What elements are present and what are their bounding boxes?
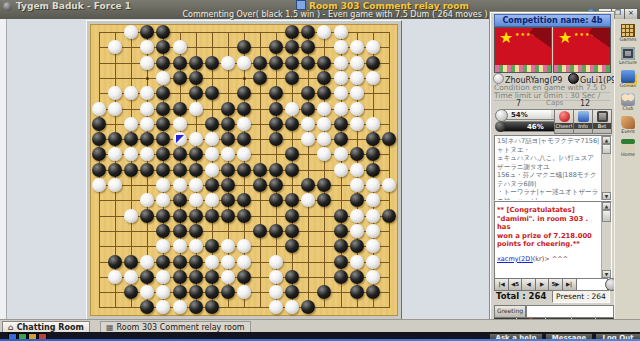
black-stone bbox=[317, 56, 331, 70]
white-stone bbox=[334, 56, 348, 70]
white-stone bbox=[108, 270, 122, 284]
white-stone bbox=[366, 270, 380, 284]
black-stone bbox=[334, 117, 348, 131]
white-stone bbox=[140, 56, 154, 70]
black-stone bbox=[301, 25, 315, 39]
side-lecture-button[interactable]: Lecture bbox=[618, 47, 638, 68]
move-navigation: |◀◀5◀▶5▶▶| bbox=[494, 278, 610, 290]
commentary-chat-box[interactable]: 15[ネハ7話ヨ|ャモヲクデマ7156|ャトヌエ・ェキュハヌハ,八こ。|ハ打ュス… bbox=[494, 135, 612, 201]
black-stone bbox=[334, 270, 348, 284]
black-stone bbox=[317, 178, 331, 192]
white-stone bbox=[269, 285, 283, 299]
white-stone bbox=[366, 178, 380, 192]
flag-flowers bbox=[495, 65, 551, 72]
black-stone bbox=[253, 163, 267, 177]
black-stone bbox=[253, 178, 267, 192]
black-stone bbox=[382, 132, 396, 146]
flag-flowers bbox=[554, 65, 610, 72]
congrats-line: "damimi". in room 303 . has bbox=[497, 215, 600, 232]
white-stone bbox=[334, 86, 348, 100]
black-stone bbox=[221, 132, 235, 146]
white-stone bbox=[189, 102, 203, 116]
white-stone bbox=[334, 147, 348, 161]
black-stone bbox=[317, 193, 331, 207]
white-stone bbox=[366, 117, 380, 131]
black-stone bbox=[269, 86, 283, 100]
white-stone bbox=[334, 163, 348, 177]
congrats-line: ** [Congratulatates] bbox=[497, 206, 600, 215]
flag-fold bbox=[589, 27, 611, 48]
white-stone bbox=[108, 178, 122, 192]
bet-button[interactable]: Bet bbox=[592, 109, 612, 134]
window-left-edge bbox=[0, 19, 7, 319]
white-stone bbox=[140, 40, 154, 54]
white-stone bbox=[317, 117, 331, 131]
white-stone bbox=[140, 285, 154, 299]
white-stone bbox=[173, 300, 187, 314]
white-stone bbox=[350, 209, 364, 223]
black-stone bbox=[173, 224, 187, 238]
black-stone bbox=[285, 117, 299, 131]
total-value: 264 bbox=[529, 291, 547, 301]
white-stone bbox=[237, 239, 251, 253]
white-stone bbox=[221, 56, 235, 70]
camera-icon bbox=[597, 111, 608, 122]
scroll-up-arrow[interactable]: ▲ bbox=[602, 136, 611, 144]
black-stone bbox=[156, 255, 170, 269]
white-stone bbox=[205, 163, 219, 177]
black-stone bbox=[140, 132, 154, 146]
black-stone bbox=[140, 163, 154, 177]
black-stone bbox=[156, 163, 170, 177]
black-stone bbox=[189, 255, 203, 269]
white-stone bbox=[285, 300, 299, 314]
black-stone bbox=[205, 285, 219, 299]
white-stone bbox=[366, 255, 380, 269]
white-stone bbox=[205, 255, 219, 269]
black-stone bbox=[189, 224, 203, 238]
black-stone bbox=[140, 270, 154, 284]
white-vote-label: 54% bbox=[511, 111, 528, 119]
white-stone bbox=[350, 71, 364, 85]
club-icon bbox=[621, 93, 635, 106]
games-icon bbox=[621, 24, 635, 37]
white-stone bbox=[350, 56, 364, 70]
black-stone bbox=[285, 239, 299, 253]
tab-label: Chatting Room bbox=[17, 323, 84, 332]
chat-user-suffix: (kr)> ^^^ bbox=[533, 255, 568, 263]
chat2-scrollbar[interactable]: ▲ ▼ bbox=[601, 202, 611, 278]
black-stone bbox=[221, 285, 235, 299]
black-stone bbox=[124, 285, 138, 299]
black-stone bbox=[173, 270, 187, 284]
chat-user-link[interactable]: xacmy(2D) bbox=[497, 255, 533, 263]
white-stone bbox=[237, 147, 251, 161]
white-stone bbox=[124, 117, 138, 131]
white-stone bbox=[366, 209, 380, 223]
black-stone bbox=[253, 71, 267, 85]
black-stone bbox=[382, 209, 396, 223]
black-stone bbox=[221, 117, 235, 131]
black-stone bbox=[334, 224, 348, 238]
info-icon bbox=[578, 111, 589, 122]
black-stone bbox=[189, 163, 203, 177]
black-stone bbox=[173, 147, 187, 161]
black-captures: 12 bbox=[580, 99, 590, 108]
white-stone bbox=[366, 193, 380, 207]
black-stone bbox=[108, 132, 122, 146]
black-stone bbox=[269, 56, 283, 70]
white-stone bbox=[334, 25, 348, 39]
white-stone bbox=[350, 40, 364, 54]
white-stone bbox=[317, 102, 331, 116]
white-stone bbox=[189, 239, 203, 253]
grid-line bbox=[99, 185, 390, 186]
white-stone bbox=[350, 163, 364, 177]
white-stone bbox=[140, 102, 154, 116]
last-move-marker bbox=[176, 135, 184, 143]
board-panel bbox=[86, 20, 402, 320]
white-stone bbox=[140, 147, 154, 161]
black-stone bbox=[92, 147, 106, 161]
black-stone bbox=[189, 147, 203, 161]
white-stone bbox=[350, 102, 364, 116]
black-stone bbox=[124, 163, 138, 177]
chat-line: 156ュ・芬ノマクニ蟻|188モチクテハヌラ6師| bbox=[497, 171, 600, 188]
black-stone bbox=[301, 178, 315, 192]
side-club-button[interactable]: Club bbox=[618, 93, 638, 114]
black-stone bbox=[237, 40, 251, 54]
black-stone bbox=[285, 40, 299, 54]
chat-line: ・トーワラナ|ャー逑ユオトザーラニ袖。ハ。+| bbox=[497, 188, 600, 201]
black-stone bbox=[350, 193, 364, 207]
black-stone bbox=[173, 193, 187, 207]
black-stone bbox=[269, 224, 283, 238]
white-stone bbox=[350, 255, 364, 269]
captures-row: 7 Caps 12 bbox=[494, 99, 610, 108]
white-stone bbox=[124, 209, 138, 223]
black-stone bbox=[92, 163, 106, 177]
black-stone bbox=[301, 102, 315, 116]
goban[interactable] bbox=[90, 24, 398, 316]
black-stone bbox=[237, 270, 251, 284]
black-vote-label: 46% bbox=[527, 123, 544, 131]
black-stone bbox=[269, 40, 283, 54]
side-home-button[interactable]: Home bbox=[618, 139, 638, 160]
white-stone bbox=[269, 300, 283, 314]
black-stone bbox=[189, 270, 203, 284]
room-icon bbox=[296, 0, 306, 10]
black-stone bbox=[237, 132, 251, 146]
side-games-button[interactable]: Games bbox=[618, 24, 638, 45]
black-stone bbox=[269, 178, 283, 192]
congrats-message: ** [Congratulatates]"damimi". in room 30… bbox=[497, 206, 600, 249]
present-move-box: Present : 264 bbox=[552, 290, 610, 303]
black-stone bbox=[253, 224, 267, 238]
side-icon-label: Club bbox=[618, 106, 638, 111]
white-stone bbox=[334, 71, 348, 85]
black-stone bbox=[156, 117, 170, 131]
black-stone bbox=[189, 285, 203, 299]
white-stone bbox=[221, 147, 235, 161]
black-stone bbox=[108, 255, 122, 269]
black-stone bbox=[366, 285, 380, 299]
flag-star: ★ bbox=[558, 28, 572, 47]
white-stone bbox=[173, 40, 187, 54]
black-stone bbox=[366, 147, 380, 161]
black-stone bbox=[173, 285, 187, 299]
black-stone bbox=[173, 102, 187, 116]
white-stone bbox=[301, 117, 315, 131]
white-stone bbox=[301, 132, 315, 146]
white-stone bbox=[108, 86, 122, 100]
black-stone bbox=[205, 86, 219, 100]
info-button[interactable]: Info bbox=[573, 109, 593, 134]
white-stone bbox=[237, 255, 251, 269]
event-icon bbox=[621, 116, 635, 129]
black-stone bbox=[156, 209, 170, 223]
greeting-input[interactable] bbox=[526, 305, 614, 318]
white-stone bbox=[124, 86, 138, 100]
black-stone bbox=[366, 163, 380, 177]
black-stone bbox=[173, 209, 187, 223]
white-stone bbox=[108, 147, 122, 161]
white-stone bbox=[124, 25, 138, 39]
black-stone bbox=[189, 71, 203, 85]
black-stone bbox=[285, 193, 299, 207]
white-captures: 7 bbox=[516, 99, 521, 108]
black-stone bbox=[317, 86, 331, 100]
black-stone bbox=[301, 56, 315, 70]
room-chat-text: ** [Congratulatates]"damimi". in room 30… bbox=[497, 206, 600, 263]
black-stone bbox=[124, 132, 138, 146]
black-stone bbox=[269, 102, 283, 116]
competition-header: Competition name: 4b bbox=[494, 14, 611, 27]
black-player-flag: ★ ★★★★ bbox=[553, 27, 611, 73]
white-stone bbox=[366, 239, 380, 253]
side-icon-label: Event bbox=[618, 129, 638, 134]
black-stone bbox=[221, 163, 235, 177]
white-stone bbox=[366, 40, 380, 54]
white-player-flag: ★ ★★★★ bbox=[494, 27, 552, 73]
bet-label: Bet bbox=[593, 123, 611, 129]
black-stone bbox=[237, 102, 251, 116]
white-stone bbox=[350, 86, 364, 100]
chat1-scrollbar[interactable]: ▲ ▼ bbox=[601, 136, 611, 200]
black-stone bbox=[140, 300, 154, 314]
white-stone bbox=[173, 178, 187, 192]
scroll-thumb[interactable] bbox=[602, 210, 611, 222]
black-stone bbox=[334, 255, 348, 269]
flag-fold bbox=[530, 27, 552, 48]
side-event-button[interactable]: Event bbox=[618, 116, 638, 137]
black-stone bbox=[156, 86, 170, 100]
room-chat-box[interactable]: ** [Congratulatates]"damimi". in room 30… bbox=[494, 201, 612, 279]
black-stone bbox=[253, 56, 267, 70]
black-stone bbox=[156, 56, 170, 70]
black-stone bbox=[156, 25, 170, 39]
black-stone bbox=[237, 209, 251, 223]
black-stone bbox=[156, 40, 170, 54]
black-stone bbox=[92, 132, 106, 146]
white-stone bbox=[205, 147, 219, 161]
black-stone bbox=[334, 132, 348, 146]
white-stone bbox=[237, 117, 251, 131]
black-stone bbox=[205, 117, 219, 131]
tab-label: Room 303 Comment relay room bbox=[117, 323, 245, 332]
black-stone bbox=[285, 71, 299, 85]
white-stone bbox=[173, 117, 187, 131]
black-stone bbox=[140, 25, 154, 39]
black-stone bbox=[237, 193, 251, 207]
white-stone bbox=[140, 193, 154, 207]
white-stone bbox=[350, 117, 364, 131]
white-stone bbox=[108, 40, 122, 54]
side-icon-label: Home bbox=[618, 152, 638, 157]
black-stone bbox=[124, 255, 138, 269]
chat-line: ェキュハヌハ,八こ。|ハ打ュスアザーラニ謝タオユ bbox=[497, 154, 600, 171]
scroll-thumb[interactable] bbox=[602, 144, 611, 154]
black-stone bbox=[205, 56, 219, 70]
black-stone bbox=[285, 56, 299, 70]
white-stone bbox=[205, 132, 219, 146]
black-stone bbox=[269, 163, 283, 177]
white-stone bbox=[156, 285, 170, 299]
white-stone bbox=[156, 71, 170, 85]
black-stone bbox=[221, 209, 235, 223]
greeting-button[interactable]: Greeting bbox=[494, 305, 526, 318]
black-stone bbox=[108, 163, 122, 177]
black-stone bbox=[156, 102, 170, 116]
black-stone bbox=[221, 193, 235, 207]
home-icon bbox=[621, 139, 635, 152]
black-stone bbox=[317, 285, 331, 299]
app-icon bbox=[3, 2, 12, 11]
white-stone bbox=[124, 270, 138, 284]
black-stone bbox=[301, 86, 315, 100]
black-stone bbox=[350, 270, 364, 284]
black-stone bbox=[156, 132, 170, 146]
black-stone bbox=[189, 300, 203, 314]
cheer-label: Cheer! bbox=[555, 123, 573, 129]
info-label: Info bbox=[574, 123, 592, 129]
black-stone bbox=[205, 270, 219, 284]
congrats-line: won a prize of 7.218.000 bbox=[497, 232, 600, 241]
black-stone bbox=[173, 163, 187, 177]
white-stone bbox=[140, 117, 154, 131]
black-stone bbox=[301, 40, 315, 54]
black-stone bbox=[205, 300, 219, 314]
star-point bbox=[243, 77, 246, 80]
commentary-text: 15[ネハ7話ヨ|ャモヲクデマ7156|ャトヌエ・ェキュハヌハ,八こ。|ハ打ュス… bbox=[497, 137, 600, 201]
white-stone bbox=[317, 147, 331, 161]
white-stone bbox=[366, 224, 380, 238]
black-stone bbox=[237, 86, 251, 100]
white-stone bbox=[269, 255, 283, 269]
side-icon-strip: GamesLectureGoMallClubEventHome bbox=[614, 19, 640, 319]
black-stone bbox=[269, 193, 283, 207]
game-info-panel: Competition name: 4b ★ ★★★★ ★ ★★★★ ZhouR… bbox=[489, 11, 615, 331]
black-stone bbox=[350, 285, 364, 299]
game-status-line: Commenting Over( black 1.5 win ) - Even … bbox=[140, 10, 530, 19]
bottom-tab-bar: ⌂Chatting Room▦Room 303 Comment relay ro… bbox=[0, 319, 640, 333]
black-stone bbox=[189, 86, 203, 100]
flag-star: ★ bbox=[499, 28, 513, 47]
black-stone bbox=[301, 300, 315, 314]
side-icon-label: GoMall bbox=[618, 83, 638, 88]
white-stone bbox=[92, 102, 106, 116]
side-gomall-button[interactable]: GoMall bbox=[618, 70, 638, 91]
congrats-line: points for cheering.** bbox=[497, 240, 600, 249]
grid-line bbox=[389, 32, 390, 308]
white-stone bbox=[140, 255, 154, 269]
white-stone bbox=[221, 239, 235, 253]
white-stone bbox=[350, 178, 364, 192]
black-stone bbox=[189, 56, 203, 70]
black-stone bbox=[269, 132, 283, 146]
black-stone bbox=[140, 209, 154, 223]
black-stone bbox=[205, 178, 219, 192]
greeting-row: Greeting bbox=[494, 305, 610, 317]
white-stone bbox=[189, 178, 203, 192]
black-stone bbox=[205, 239, 219, 253]
black-stone bbox=[156, 147, 170, 161]
black-stone bbox=[317, 71, 331, 85]
cheer-ball-icon bbox=[559, 111, 570, 122]
cheer-button[interactable]: Cheer! bbox=[554, 109, 574, 134]
scroll-down-arrow[interactable]: ▼ bbox=[602, 270, 611, 278]
scroll-up-arrow[interactable]: ▲ bbox=[602, 202, 611, 210]
black-stone bbox=[350, 147, 364, 161]
gomall-icon bbox=[621, 70, 635, 83]
black-stone bbox=[173, 255, 187, 269]
present-value: 264 bbox=[592, 292, 606, 301]
white-stone bbox=[156, 239, 170, 253]
white-stone bbox=[156, 300, 170, 314]
white-stone bbox=[221, 255, 235, 269]
side-icon-label: Lecture bbox=[618, 60, 638, 65]
white-stone bbox=[237, 56, 251, 70]
black-stone bbox=[334, 239, 348, 253]
caps-label: Caps bbox=[546, 99, 563, 107]
black-stone bbox=[173, 71, 187, 85]
white-stone bbox=[108, 102, 122, 116]
black-stone bbox=[285, 163, 299, 177]
black-stone bbox=[285, 25, 299, 39]
black-stone bbox=[285, 147, 299, 161]
black-stone bbox=[221, 178, 235, 192]
scroll-down-arrow[interactable]: ▼ bbox=[602, 192, 611, 200]
black-stone bbox=[350, 239, 364, 253]
black-stone bbox=[285, 270, 299, 284]
white-stone bbox=[285, 102, 299, 116]
white-stone bbox=[92, 178, 106, 192]
total-label: Total : bbox=[496, 291, 526, 301]
white-stone bbox=[124, 147, 138, 161]
move-totals-row: Total : 264 Present : 264 bbox=[496, 291, 610, 301]
black-stone bbox=[334, 209, 348, 223]
black-stone bbox=[92, 117, 106, 131]
window-title: Tygem Baduk - Force 1 bbox=[16, 1, 131, 11]
black-stone bbox=[366, 56, 380, 70]
black-stone bbox=[173, 56, 187, 70]
white-stone bbox=[156, 178, 170, 192]
white-stone bbox=[366, 71, 380, 85]
white-stone bbox=[269, 270, 283, 284]
white-stone bbox=[317, 132, 331, 146]
star-point bbox=[146, 77, 149, 80]
white-stone bbox=[382, 178, 396, 192]
